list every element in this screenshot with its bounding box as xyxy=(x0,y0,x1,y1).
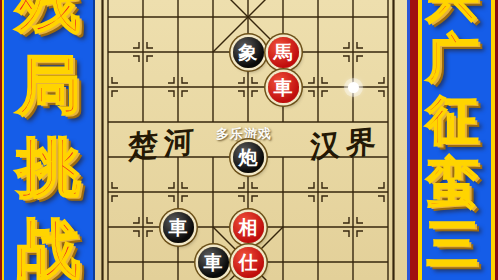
banner-char: 兴 xyxy=(427,0,479,22)
piece-black-e2[interactable]: 象 xyxy=(233,37,264,68)
piece-black-c7[interactable]: 車 xyxy=(163,212,194,243)
piece-red-e8[interactable]: 仕 xyxy=(233,247,264,278)
banner-char: 挑 xyxy=(17,135,81,199)
banner-char: 广 xyxy=(427,32,479,84)
left-banner: 残 局 挑 战 xyxy=(0,0,95,280)
piece-black-d8[interactable]: 車 xyxy=(198,247,229,278)
banner-char: 局 xyxy=(17,53,81,117)
piece-black-e5[interactable]: 炮 xyxy=(233,142,264,173)
banner-char: 残 xyxy=(17,0,81,35)
piece-red-f3[interactable]: 車 xyxy=(268,72,299,103)
right-banner: 兴 广 征 蛮 三 xyxy=(407,0,498,280)
xiangqi-board-grid: 象馬車炮車相車仕 xyxy=(91,0,406,280)
piece-red-e7[interactable]: 相 xyxy=(233,212,264,243)
banner-char: 征 xyxy=(427,94,479,146)
piece-red-f2[interactable]: 馬 xyxy=(268,37,299,68)
banner-char: 三 xyxy=(427,218,479,270)
xiangqi-endgame-screen: 楚河 汉界 多乐游戏 象馬車炮車相車仕 残 局 挑 战 兴 广 征 蛮 三 xyxy=(0,0,498,280)
banner-char: 蛮 xyxy=(427,156,479,208)
banner-char: 战 xyxy=(17,217,81,280)
move-highlight-dot xyxy=(348,82,359,93)
